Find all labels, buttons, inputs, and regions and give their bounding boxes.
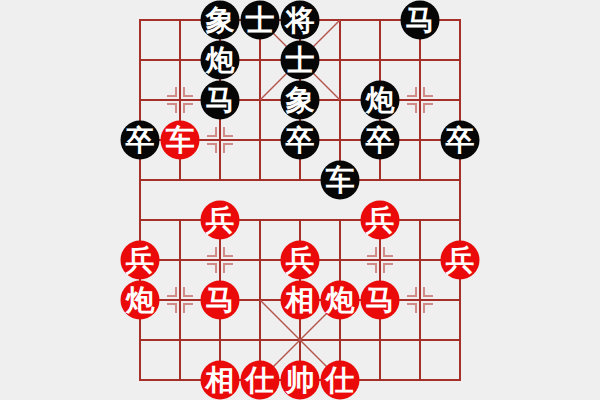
pieces-layer: 象士将马炮士马象炮卒车卒卒卒车兵兵兵兵兵炮马相炮马相仕帅仕 [0,0,600,400]
piece-red-soldier[interactable]: 兵 [281,241,320,280]
piece-black-advisor[interactable]: 士 [241,1,280,40]
piece-black-cannon[interactable]: 炮 [201,41,240,80]
piece-red-soldier[interactable]: 兵 [361,201,400,240]
piece-black-elephant[interactable]: 象 [201,1,240,40]
piece-red-elephant[interactable]: 相 [281,281,320,320]
piece-black-soldier[interactable]: 卒 [361,121,400,160]
piece-black-advisor[interactable]: 士 [281,41,320,80]
piece-red-soldier[interactable]: 兵 [201,201,240,240]
xiangqi-board[interactable]: 象士将马炮士马象炮卒车卒卒卒车兵兵兵兵兵炮马相炮马相仕帅仕 [0,0,600,400]
piece-red-elephant[interactable]: 相 [201,361,240,400]
piece-black-soldier[interactable]: 卒 [121,121,160,160]
piece-black-cannon[interactable]: 炮 [361,81,400,120]
piece-black-elephant[interactable]: 象 [281,81,320,120]
piece-black-general[interactable]: 将 [281,1,320,40]
piece-black-soldier[interactable]: 卒 [441,121,480,160]
piece-red-cannon[interactable]: 炮 [321,281,360,320]
piece-red-general[interactable]: 帅 [281,361,320,400]
piece-red-horse[interactable]: 马 [201,281,240,320]
piece-red-chariot[interactable]: 车 [161,121,200,160]
piece-red-soldier[interactable]: 兵 [121,241,160,280]
piece-red-advisor[interactable]: 仕 [321,361,360,400]
piece-red-horse[interactable]: 马 [361,281,400,320]
piece-black-soldier[interactable]: 卒 [281,121,320,160]
piece-black-horse[interactable]: 马 [201,81,240,120]
piece-red-advisor[interactable]: 仕 [241,361,280,400]
piece-red-soldier[interactable]: 兵 [441,241,480,280]
piece-red-cannon[interactable]: 炮 [121,281,160,320]
piece-black-horse[interactable]: 马 [401,1,440,40]
piece-black-chariot[interactable]: 车 [321,161,360,200]
